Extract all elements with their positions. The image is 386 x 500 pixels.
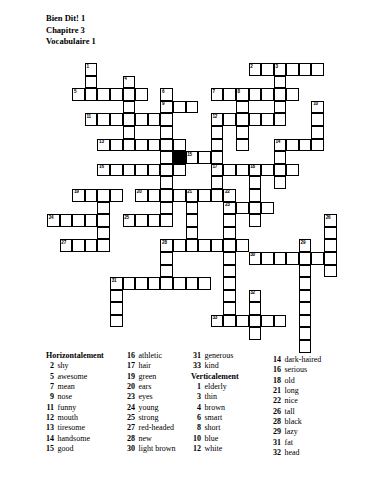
grid-cell[interactable] [110, 164, 123, 177]
grid-cell[interactable] [160, 126, 173, 139]
grid-cell[interactable] [110, 302, 123, 315]
clue-item: 3thin [186, 392, 239, 402]
clue-column-3: 31generous33kindVerticalement1elderly3th… [186, 351, 239, 454]
grid-cell[interactable] [160, 202, 173, 215]
grid-cell[interactable] [211, 239, 224, 252]
clue-text: hair [139, 361, 151, 371]
grid-cell[interactable] [173, 164, 186, 177]
grid-cell[interactable] [299, 327, 312, 340]
grid-cell[interactable]: 28 [160, 239, 173, 252]
grid-cell[interactable] [211, 189, 224, 202]
clue-list-header: Verticalement [191, 372, 239, 382]
clue-text: handsome [58, 434, 90, 444]
grid-cell[interactable] [211, 139, 224, 152]
clue-item: 19green [120, 372, 176, 382]
clue-item: 32head [266, 448, 321, 458]
grid-cell[interactable] [261, 164, 274, 177]
grid-cell[interactable]: 21 [186, 189, 199, 202]
grid-cell[interactable] [236, 139, 249, 152]
cell-number: 31 [112, 278, 117, 284]
grid-cell[interactable] [97, 88, 110, 101]
grid-cell[interactable] [97, 113, 110, 126]
grid-cell[interactable] [299, 139, 312, 152]
grid-cell[interactable]: 1 [85, 63, 98, 76]
clue-text: nose [58, 392, 73, 402]
grid-cell[interactable] [286, 63, 299, 76]
grid-cell[interactable] [261, 88, 274, 101]
cell-number: 19 [74, 189, 79, 195]
grid-cell[interactable] [97, 189, 110, 202]
grid-cell[interactable] [186, 227, 199, 240]
grid-cell[interactable] [135, 164, 148, 177]
grid-cell[interactable] [148, 214, 161, 227]
grid-cell[interactable] [286, 139, 299, 152]
grid-cell[interactable] [249, 113, 262, 126]
clue-item: 12white [186, 444, 239, 454]
cell-number: 16 [99, 164, 104, 170]
clue-item: 13tiresome [44, 423, 104, 433]
grid-cell[interactable] [249, 202, 262, 215]
grid-cell[interactable]: 25 [123, 214, 136, 227]
grid-cell[interactable]: 17 [211, 164, 224, 177]
clue-item: 8short [186, 423, 239, 433]
grid-cell[interactable] [274, 151, 287, 164]
grid-cell[interactable] [160, 277, 173, 290]
grid-cell[interactable] [85, 214, 98, 227]
grid-cell[interactable] [223, 239, 236, 252]
grid-cell[interactable] [223, 265, 236, 278]
grid-cell[interactable] [85, 76, 98, 89]
grid-cell[interactable] [173, 277, 186, 290]
grid-cell[interactable]: 9 [160, 101, 173, 114]
grid-cell[interactable] [72, 214, 85, 227]
grid-cell[interactable] [135, 214, 148, 227]
cell-number: 2 [250, 64, 252, 70]
grid-cell[interactable] [135, 139, 148, 152]
cell-number: 24 [49, 215, 54, 221]
clue-item: 11funny [44, 403, 104, 413]
cell-number: 7 [212, 89, 214, 95]
clue-text: new [139, 434, 152, 444]
clue-text: tiresome [58, 423, 86, 433]
grid-cell[interactable] [286, 164, 299, 177]
clue-number: 24 [120, 403, 135, 413]
grid-cell[interactable] [60, 214, 73, 227]
grid-cell[interactable] [198, 189, 211, 202]
grid-cell[interactable]: 23 [223, 202, 236, 215]
grid-cell[interactable]: 2 [249, 63, 262, 76]
grid-cell[interactable] [299, 290, 312, 303]
cell-number: 20 [137, 189, 142, 195]
grid-cell[interactable] [160, 164, 173, 177]
clue-column-4: 14dark-haired16serious18old21long22nice2… [266, 355, 321, 458]
grid-cell[interactable] [72, 239, 85, 252]
clue-number: 14 [44, 434, 54, 444]
clue-item: 28black [266, 417, 321, 427]
header-block: Bien Dit! 1 Chapitre 3 Vocabulaire 1 [46, 13, 96, 48]
grid-cell[interactable]: 4 [123, 76, 136, 89]
clue-number: 26 [266, 407, 281, 417]
grid-cell[interactable] [160, 214, 173, 227]
grid-cell[interactable] [211, 126, 224, 139]
grid-cell[interactable] [261, 315, 274, 328]
grid-cell[interactable] [85, 189, 98, 202]
grid-cell[interactable] [123, 139, 136, 152]
clue-item: 30light brown [120, 444, 176, 454]
cell-number: 18 [250, 164, 255, 170]
grid-cell[interactable] [110, 290, 123, 303]
grid-cell[interactable]: 26 [324, 214, 337, 227]
grid-cell[interactable] [311, 139, 324, 152]
clue-number: 17 [120, 361, 135, 371]
clue-number: 32 [266, 448, 281, 458]
cell-number: 17 [212, 164, 217, 170]
grid-cell[interactable] [236, 239, 249, 252]
clue-number: 16 [266, 365, 281, 375]
grid-cell[interactable] [249, 327, 262, 340]
grid-cell[interactable] [223, 290, 236, 303]
clue-column-2: 16athletic17hair19green20ears23eyes24you… [120, 351, 176, 454]
grid-cell[interactable]: 29 [299, 239, 312, 252]
clue-item: 28new [120, 434, 176, 444]
grid-cell[interactable] [299, 277, 312, 290]
cell-number: 12 [212, 114, 217, 120]
clue-item: 22nice [266, 396, 321, 406]
grid-cell[interactable] [186, 239, 199, 252]
grid-cell[interactable] [160, 189, 173, 202]
clue-item: 29lazy [266, 427, 321, 437]
grid-cell[interactable] [110, 315, 123, 328]
grid-cell[interactable] [173, 239, 186, 252]
grid-cell[interactable] [223, 302, 236, 315]
clue-number: 11 [44, 403, 54, 413]
grid-cell[interactable] [249, 302, 262, 315]
grid-cell[interactable] [236, 202, 249, 215]
clue-text: dark-haired [285, 355, 322, 365]
grid-cell[interactable] [223, 252, 236, 265]
cell-number: 10 [313, 101, 318, 107]
grid-cell[interactable] [123, 164, 136, 177]
grid-cell[interactable] [261, 202, 274, 215]
grid-cell[interactable] [198, 277, 211, 290]
grid-cell[interactable] [299, 63, 312, 76]
cell-number: 21 [187, 189, 192, 195]
grid-cell[interactable]: 22 [223, 189, 236, 202]
cell-number: 25 [124, 215, 129, 221]
clue-item: 9nose [44, 392, 104, 402]
grid-cell[interactable]: 19 [72, 189, 85, 202]
grid-cell[interactable]: 24 [47, 214, 60, 227]
grid-cell[interactable]: 20 [135, 189, 148, 202]
black-cell [173, 151, 186, 164]
grid-cell[interactable] [148, 189, 161, 202]
grid-cell[interactable] [173, 189, 186, 202]
clue-text: good [58, 444, 74, 454]
grid-cell[interactable] [311, 126, 324, 139]
cell-number: 26 [326, 215, 331, 221]
clue-item: 31fat [266, 438, 321, 448]
grid-cell[interactable] [261, 113, 274, 126]
clue-text: green [139, 372, 157, 382]
clue-number: 3 [186, 392, 201, 402]
grid-cell[interactable] [286, 252, 299, 265]
grid-cell[interactable] [223, 88, 236, 101]
clue-number: 19 [120, 372, 135, 382]
clue-number: 12 [44, 413, 54, 423]
grid-cell[interactable] [97, 239, 110, 252]
grid-cell[interactable] [97, 227, 110, 240]
header-vocab: Vocabulaire 1 [46, 36, 96, 48]
grid-cell[interactable] [186, 277, 199, 290]
cell-number: 29 [301, 240, 306, 246]
clue-number: 27 [120, 423, 135, 433]
grid-cell[interactable] [261, 63, 274, 76]
grid-cell[interactable] [223, 214, 236, 227]
clue-number: 8 [186, 423, 201, 433]
grid-cell[interactable] [123, 126, 136, 139]
cell-number: 32 [250, 290, 255, 296]
grid-cell[interactable] [311, 113, 324, 126]
grid-cell[interactable] [186, 101, 199, 114]
grid-cell[interactable] [223, 164, 236, 177]
grid-cell[interactable] [186, 214, 199, 227]
clue-item: 7mean [44, 382, 104, 392]
grid-cell[interactable] [299, 302, 312, 315]
cell-number: 3 [275, 64, 277, 70]
clue-text: ears [139, 382, 152, 392]
grid-cell[interactable] [135, 277, 148, 290]
clue-item: 21long [266, 386, 321, 396]
grid-cell[interactable]: 18 [249, 164, 262, 177]
clue-text: thin [205, 392, 217, 402]
grid-cell[interactable] [249, 214, 262, 227]
clue-number: 7 [44, 382, 54, 392]
grid-cell[interactable]: 16 [97, 164, 110, 177]
clue-item: 14dark-haired [266, 355, 321, 365]
clue-number: 31 [266, 438, 281, 448]
grid-cell[interactable] [160, 151, 173, 164]
cell-number: 28 [162, 240, 167, 246]
grid-cell[interactable] [198, 151, 211, 164]
clue-text: fat [285, 438, 293, 448]
cell-number: 6 [162, 89, 164, 95]
clue-text: long [285, 386, 299, 396]
grid-cell[interactable] [223, 113, 236, 126]
clue-number: 12 [186, 444, 201, 454]
clue-text: elderly [205, 382, 227, 392]
clue-number: 18 [266, 376, 281, 386]
grid-cell[interactable] [160, 176, 173, 189]
grid-cell[interactable]: 3 [274, 63, 287, 76]
clue-number: 28 [120, 434, 135, 444]
grid-cell[interactable] [123, 277, 136, 290]
grid-cell[interactable] [123, 113, 136, 126]
cell-number: 13 [99, 139, 104, 145]
grid-cell[interactable] [160, 265, 173, 278]
clue-text: white [205, 444, 223, 454]
clue-text: generous [205, 351, 234, 361]
clue-number: 15 [44, 444, 54, 454]
clue-number: 30 [120, 444, 135, 454]
grid-cell[interactable]: 14 [274, 139, 287, 152]
cell-number: 30 [250, 252, 255, 258]
clue-number: 22 [266, 396, 281, 406]
clue-number: 28 [266, 417, 281, 427]
clue-item: 23eyes [120, 392, 176, 402]
grid-cell[interactable] [135, 88, 148, 101]
cell-number: 8 [238, 89, 240, 95]
grid-cell[interactable]: 11 [85, 113, 98, 126]
grid-cell[interactable] [249, 315, 262, 328]
grid-cell[interactable] [223, 315, 236, 328]
clue-text: short [205, 423, 221, 433]
clue-number: 25 [120, 413, 135, 423]
grid-cell[interactable] [97, 214, 110, 227]
grid-cell[interactable] [135, 113, 148, 126]
grid-cell[interactable]: 6 [160, 88, 173, 101]
grid-cell[interactable] [211, 151, 224, 164]
grid-cell[interactable] [110, 139, 123, 152]
grid-cell[interactable] [110, 88, 123, 101]
clue-item: 14handsome [44, 434, 104, 444]
grid-cell[interactable] [85, 88, 98, 101]
grid-cell[interactable]: 33 [211, 315, 224, 328]
clue-text: eyes [139, 392, 153, 402]
clue-item: 1elderly [186, 382, 239, 392]
clue-item: 10blue [186, 434, 239, 444]
grid-cell[interactable] [173, 101, 186, 114]
grid-cell[interactable] [324, 227, 337, 240]
clue-text: strong [139, 413, 159, 423]
grid-cell[interactable] [274, 315, 287, 328]
grid-cell[interactable]: 10 [311, 101, 324, 114]
clue-text: shy [58, 361, 69, 371]
grid-cell[interactable] [223, 277, 236, 290]
grid-cell[interactable] [299, 340, 312, 353]
grid-cell[interactable]: 8 [236, 88, 249, 101]
grid-cell[interactable] [110, 113, 123, 126]
clue-number: 6 [186, 413, 201, 423]
crossword-grid: 1234567891011121314151617181920212223242… [47, 63, 337, 353]
clue-text: mouth [58, 413, 78, 423]
grid-cell[interactable]: 5 [72, 88, 85, 101]
clue-number: 2 [44, 361, 54, 371]
clue-number: 5 [44, 372, 54, 382]
grid-cell[interactable] [299, 315, 312, 328]
clue-text: old [285, 376, 295, 386]
grid-cell[interactable] [311, 63, 324, 76]
grid-cell[interactable]: 7 [211, 88, 224, 101]
clue-item: 6smart [186, 413, 239, 423]
grid-cell[interactable] [198, 239, 211, 252]
clue-number: 29 [266, 427, 281, 437]
grid-cell[interactable] [110, 189, 123, 202]
clue-text: brown [205, 403, 225, 413]
grid-cell[interactable] [324, 252, 337, 265]
grid-cell[interactable]: 13 [97, 139, 110, 152]
clue-item: 25strong [120, 413, 176, 423]
clue-item: 24young [120, 403, 176, 413]
grid-cell[interactable] [274, 101, 287, 114]
cell-number: 23 [225, 202, 230, 208]
clue-text: smart [205, 413, 223, 423]
clue-number: 9 [44, 392, 54, 402]
grid-cell[interactable] [236, 101, 249, 114]
grid-cell[interactable] [173, 139, 186, 152]
clue-item: 2shy [44, 361, 104, 371]
grid-cell[interactable] [123, 88, 136, 101]
grid-cell[interactable] [249, 176, 262, 189]
grid-cell[interactable]: 12 [211, 113, 224, 126]
clue-item: 33kind [186, 361, 239, 371]
grid-cell[interactable] [236, 315, 249, 328]
grid-cell[interactable] [311, 252, 324, 265]
grid-cell[interactable]: 30 [249, 252, 262, 265]
clue-text: funny [58, 403, 77, 413]
grid-cell[interactable]: 27 [60, 239, 73, 252]
grid-cell[interactable] [160, 113, 173, 126]
grid-cell[interactable] [123, 101, 136, 114]
clue-list-header: Horizontalement [46, 351, 104, 361]
clue-number: 13 [44, 423, 54, 433]
grid-cell[interactable] [160, 139, 173, 152]
grid-cell[interactable] [274, 164, 287, 177]
cell-number: 5 [74, 89, 76, 95]
clue-number: 14 [266, 355, 281, 365]
grid-cell[interactable] [148, 139, 161, 152]
grid-cell[interactable] [274, 113, 287, 126]
grid-cell[interactable] [160, 252, 173, 265]
grid-cell[interactable] [186, 202, 199, 215]
grid-cell[interactable] [286, 88, 299, 101]
grid-cell[interactable] [223, 227, 236, 240]
grid-cell[interactable] [274, 252, 287, 265]
grid-cell[interactable] [236, 126, 249, 139]
grid-cell[interactable] [97, 202, 110, 215]
grid-cell[interactable] [274, 76, 287, 89]
grid-cell[interactable] [85, 239, 98, 252]
grid-cell[interactable] [236, 164, 249, 177]
cell-number: 11 [86, 114, 90, 120]
grid-cell[interactable] [249, 88, 262, 101]
grid-cell[interactable] [236, 113, 249, 126]
grid-cell[interactable] [148, 277, 161, 290]
grid-cell[interactable] [261, 252, 274, 265]
clue-text: black [285, 417, 302, 427]
grid-cell[interactable] [299, 265, 312, 278]
clue-column-1: Horizontalement2shy5awesome7mean9nose11f… [44, 351, 104, 454]
clue-item: 17hair [120, 361, 176, 371]
clue-number: 23 [120, 392, 135, 402]
clue-text: red-headed [139, 423, 175, 433]
grid-cell[interactable] [211, 176, 224, 189]
header-title: Bien Dit! 1 [46, 13, 96, 25]
clue-text: mean [58, 382, 75, 392]
grid-cell[interactable] [249, 189, 262, 202]
clue-text: kind [205, 361, 219, 371]
grid-cell[interactable] [299, 252, 312, 265]
grid-cell[interactable] [148, 164, 161, 177]
clue-text: young [139, 403, 159, 413]
grid-cell[interactable] [324, 239, 337, 252]
grid-cell[interactable] [274, 176, 287, 189]
grid-cell[interactable]: 31 [110, 277, 123, 290]
grid-cell[interactable]: 32 [249, 290, 262, 303]
grid-cell[interactable]: 15 [186, 151, 199, 164]
grid-cell[interactable] [324, 265, 337, 278]
grid-cell[interactable] [274, 88, 287, 101]
grid-cell[interactable] [148, 113, 161, 126]
